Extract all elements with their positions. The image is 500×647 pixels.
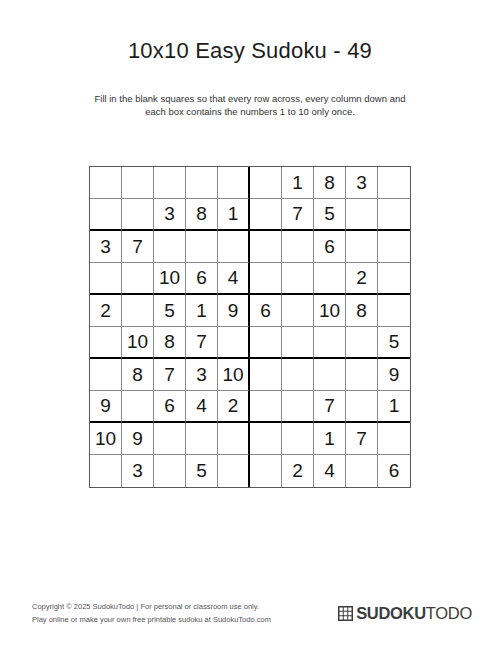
grid-cell-r6c6[interactable] bbox=[250, 327, 282, 359]
grid-cell-r1c7[interactable]: 1 bbox=[282, 167, 314, 199]
grid-cell-r9c2[interactable]: 9 bbox=[122, 423, 154, 455]
grid-cell-r8c7[interactable] bbox=[282, 391, 314, 423]
grid-cell-r2c8[interactable]: 5 bbox=[314, 199, 346, 231]
logo-text-todo: TODO bbox=[426, 604, 472, 622]
grid-cell-r8c3[interactable]: 6 bbox=[154, 391, 186, 423]
logo-grid-icon bbox=[338, 606, 353, 621]
grid-cell-r1c6[interactable] bbox=[250, 167, 282, 199]
grid-cell-r1c8[interactable]: 8 bbox=[314, 167, 346, 199]
grid-cell-r7c8[interactable] bbox=[314, 359, 346, 391]
grid-cell-r10c10[interactable]: 6 bbox=[378, 455, 410, 487]
grid-cell-r5c1[interactable]: 2 bbox=[90, 295, 122, 327]
grid-cell-r10c3[interactable] bbox=[154, 455, 186, 487]
instructions-line1: Fill in the blank squares so that every … bbox=[0, 92, 500, 105]
logo-text-sudoku: SUDOKU bbox=[356, 604, 426, 622]
grid-cell-r10c1[interactable] bbox=[90, 455, 122, 487]
grid-cell-r3c5[interactable] bbox=[218, 231, 250, 263]
grid-cell-r4c6[interactable] bbox=[250, 263, 282, 295]
grid-cell-r6c1[interactable] bbox=[90, 327, 122, 359]
grid-cell-r3c8[interactable]: 6 bbox=[314, 231, 346, 263]
grid-cell-r5c8[interactable]: 10 bbox=[314, 295, 346, 327]
grid-cell-r9c7[interactable] bbox=[282, 423, 314, 455]
grid-cell-r6c4[interactable]: 7 bbox=[186, 327, 218, 359]
grid-cell-r6c5[interactable] bbox=[218, 327, 250, 359]
grid-cell-r5c10[interactable] bbox=[378, 295, 410, 327]
grid-cell-r5c3[interactable]: 5 bbox=[154, 295, 186, 327]
grid-cell-r10c5[interactable] bbox=[218, 455, 250, 487]
grid-cell-r1c1[interactable] bbox=[90, 167, 122, 199]
grid-cell-r7c6[interactable] bbox=[250, 359, 282, 391]
grid-cell-r5c4[interactable]: 1 bbox=[186, 295, 218, 327]
grid-cell-r9c9[interactable]: 7 bbox=[346, 423, 378, 455]
grid-cell-r3c9[interactable] bbox=[346, 231, 378, 263]
grid-cell-r6c7[interactable] bbox=[282, 327, 314, 359]
grid-cell-r4c5[interactable]: 4 bbox=[218, 263, 250, 295]
grid-cell-r10c2[interactable]: 3 bbox=[122, 455, 154, 487]
grid-cell-r9c10[interactable] bbox=[378, 423, 410, 455]
grid-cell-r3c3[interactable] bbox=[154, 231, 186, 263]
instructions: Fill in the blank squares so that every … bbox=[0, 92, 500, 118]
grid-cell-r2c6[interactable] bbox=[250, 199, 282, 231]
grid-cell-r6c9[interactable] bbox=[346, 327, 378, 359]
grid-cell-r6c2[interactable]: 10 bbox=[122, 327, 154, 359]
grid-cell-r4c3[interactable]: 10 bbox=[154, 263, 186, 295]
grid-cell-r10c8[interactable]: 4 bbox=[314, 455, 346, 487]
instructions-line2: each box contains the numbers 1 to 10 on… bbox=[0, 105, 500, 118]
grid-cell-r10c9[interactable] bbox=[346, 455, 378, 487]
grid-cell-r7c1[interactable] bbox=[90, 359, 122, 391]
grid-cell-r8c8[interactable]: 7 bbox=[314, 391, 346, 423]
grid-cell-r8c6[interactable] bbox=[250, 391, 282, 423]
grid-cell-r6c8[interactable] bbox=[314, 327, 346, 359]
grid-cell-r2c3[interactable]: 3 bbox=[154, 199, 186, 231]
grid-cell-r1c10[interactable] bbox=[378, 167, 410, 199]
grid-cell-r7c4[interactable]: 3 bbox=[186, 359, 218, 391]
page-title: 10x10 Easy Sudoku - 49 bbox=[0, 38, 500, 64]
grid-cell-r9c3[interactable] bbox=[154, 423, 186, 455]
grid-cell-r8c4[interactable]: 4 bbox=[186, 391, 218, 423]
grid-cell-r3c4[interactable] bbox=[186, 231, 218, 263]
grid-cell-r10c4[interactable]: 5 bbox=[186, 455, 218, 487]
grid-cell-r7c3[interactable]: 7 bbox=[154, 359, 186, 391]
grid-cell-r5c2[interactable] bbox=[122, 295, 154, 327]
grid-cell-r4c10[interactable] bbox=[378, 263, 410, 295]
grid-cell-r5c9[interactable]: 8 bbox=[346, 295, 378, 327]
footer-copyright-line1: Copyright © 2025 SudokuTodo | For person… bbox=[32, 600, 271, 613]
grid-cell-r7c7[interactable] bbox=[282, 359, 314, 391]
grid-cell-r3c10[interactable] bbox=[378, 231, 410, 263]
grid-cell-r1c3[interactable] bbox=[154, 167, 186, 199]
grid-cell-r2c7[interactable]: 7 bbox=[282, 199, 314, 231]
grid-cell-r1c5[interactable] bbox=[218, 167, 250, 199]
grid-cell-r3c7[interactable] bbox=[282, 231, 314, 263]
printable-sudoku-page: 10x10 Easy Sudoku - 49 Fill in the blank… bbox=[0, 0, 500, 647]
grid-cell-r7c9[interactable] bbox=[346, 359, 378, 391]
grid-cell-r2c2[interactable] bbox=[122, 199, 154, 231]
footer-copyright: Copyright © 2025 SudokuTodo | For person… bbox=[32, 600, 271, 626]
grid-cell-r8c2[interactable] bbox=[122, 391, 154, 423]
grid-cell-r8c1[interactable]: 9 bbox=[90, 391, 122, 423]
grid-cell-r3c1[interactable]: 3 bbox=[90, 231, 122, 263]
grid-cell-r2c5[interactable]: 1 bbox=[218, 199, 250, 231]
grid-cell-r2c10[interactable] bbox=[378, 199, 410, 231]
footer-copyright-line2: Play online or make your own free printa… bbox=[32, 613, 271, 626]
grid-cell-r4c8[interactable] bbox=[314, 263, 346, 295]
grid-cell-r9c8[interactable]: 1 bbox=[314, 423, 346, 455]
grid-cell-r5c7[interactable] bbox=[282, 295, 314, 327]
grid-cell-r9c1[interactable]: 10 bbox=[90, 423, 122, 455]
grid-cell-r2c1[interactable] bbox=[90, 199, 122, 231]
grid-cell-r1c4[interactable] bbox=[186, 167, 218, 199]
grid-cell-r7c5[interactable]: 10 bbox=[218, 359, 250, 391]
grid-cell-r1c2[interactable] bbox=[122, 167, 154, 199]
grid-cell-r5c6[interactable]: 6 bbox=[250, 295, 282, 327]
grid-cell-r6c3[interactable]: 8 bbox=[154, 327, 186, 359]
grid-cell-r4c4[interactable]: 6 bbox=[186, 263, 218, 295]
grid-cell-r4c7[interactable] bbox=[282, 263, 314, 295]
grid-cell-r8c9[interactable] bbox=[346, 391, 378, 423]
sudoku-grid: 1833817537610642251961081087587310996427… bbox=[89, 166, 411, 488]
grid-cell-r4c9[interactable]: 2 bbox=[346, 263, 378, 295]
grid-cell-r9c5[interactable] bbox=[218, 423, 250, 455]
grid-cell-r9c6[interactable] bbox=[250, 423, 282, 455]
grid-cell-r1c9[interactable]: 3 bbox=[346, 167, 378, 199]
grid-cell-r3c2[interactable]: 7 bbox=[122, 231, 154, 263]
grid-cell-r7c2[interactable]: 8 bbox=[122, 359, 154, 391]
grid-cell-r8c10[interactable]: 1 bbox=[378, 391, 410, 423]
grid-cell-r9c4[interactable] bbox=[186, 423, 218, 455]
grid-cell-r2c4[interactable]: 8 bbox=[186, 199, 218, 231]
grid-cell-r2c9[interactable] bbox=[346, 199, 378, 231]
grid-cell-r5c5[interactable]: 9 bbox=[218, 295, 250, 327]
grid-cell-r10c7[interactable]: 2 bbox=[282, 455, 314, 487]
grid-cell-r4c2[interactable] bbox=[122, 263, 154, 295]
grid-cell-r4c1[interactable] bbox=[90, 263, 122, 295]
grid-cell-r8c5[interactable]: 2 bbox=[218, 391, 250, 423]
sudokutodo-logo: SUDOKUTODO bbox=[338, 602, 472, 624]
grid-cell-r6c10[interactable]: 5 bbox=[378, 327, 410, 359]
grid-cell-r10c6[interactable] bbox=[250, 455, 282, 487]
grid-cell-r3c6[interactable] bbox=[250, 231, 282, 263]
grid-cell-r7c10[interactable]: 9 bbox=[378, 359, 410, 391]
